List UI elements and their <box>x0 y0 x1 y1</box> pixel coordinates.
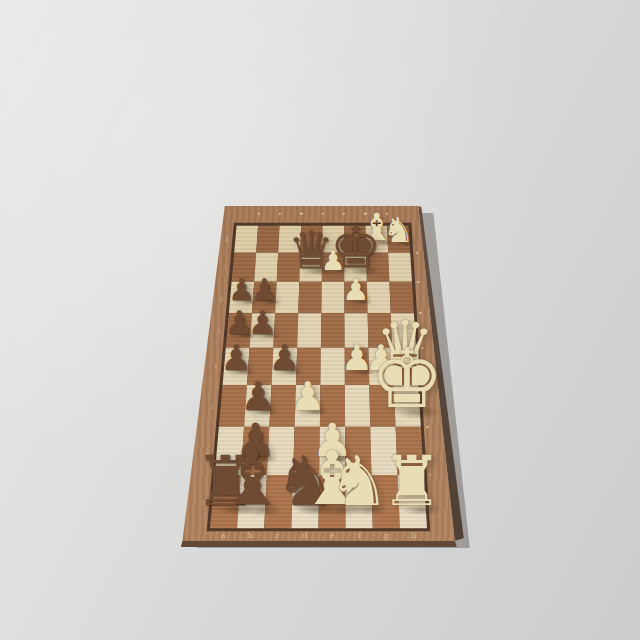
piece-black-pawn-a4[interactable]: ♟ <box>220 340 252 375</box>
piece-black-pawn-b5[interactable]: ♟ <box>248 307 277 340</box>
piece-white-pawn-d3[interactable]: ♟ <box>290 377 326 417</box>
piece-black-pawn-c4[interactable]: ♟ <box>269 340 301 375</box>
piece-black-pawn-b6[interactable]: ♟ <box>251 276 278 306</box>
piece-white-king-h3[interactable]: ♚ <box>370 337 444 420</box>
piece-black-pawn-b3[interactable]: ♟ <box>240 377 276 417</box>
piece-white-rook-h1[interactable]: ♜ <box>381 447 443 516</box>
piece-black-king-f7[interactable]: ♚ <box>330 220 381 277</box>
scene-background: abcdefgh87654321 ♝♞♛♟♚♟♟♟♟♟♟♟♟♟♛♟♟♚♟♟♜♝♞… <box>0 0 640 640</box>
piece-white-knight-h8[interactable]: ♞ <box>383 212 414 247</box>
piece-white-pawn-f6[interactable]: ♟ <box>342 276 369 306</box>
chess-pieces: ♝♞♛♟♚♟♟♟♟♟♟♟♟♟♛♟♟♚♟♟♜♝♞♝♞♜ <box>0 0 640 640</box>
